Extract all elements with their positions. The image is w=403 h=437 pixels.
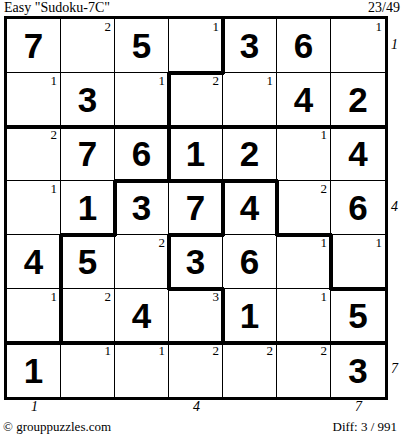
given-digit: 4 xyxy=(277,73,330,126)
given-digit: 4 xyxy=(115,289,168,342)
region-border xyxy=(222,125,278,129)
region-border xyxy=(114,341,170,345)
cell-r7c5: 2 xyxy=(223,343,277,397)
region-border xyxy=(167,234,171,290)
region-border xyxy=(222,179,278,183)
cell-r7c3: 1 xyxy=(115,343,169,397)
region-border xyxy=(168,287,224,291)
region-border xyxy=(168,341,224,345)
cell-r4c2: 1 xyxy=(61,181,115,235)
given-digit: 3 xyxy=(169,235,222,288)
given-digit: 7 xyxy=(169,181,222,234)
region-border xyxy=(221,18,225,74)
region-border xyxy=(222,341,278,345)
pencil-mark: 1 xyxy=(105,343,112,359)
cell-r6c7: 5 xyxy=(331,289,385,343)
region-border xyxy=(167,126,171,182)
cell-r7c7: 3 xyxy=(331,343,385,397)
given-digit: 4 xyxy=(7,235,60,288)
row-label-7: 7 xyxy=(391,361,398,377)
pencil-mark: 2 xyxy=(213,73,220,89)
difficulty-text: Diff: 3 / 991 xyxy=(333,419,397,435)
cell-r3c2: 7 xyxy=(61,127,115,181)
region-border xyxy=(60,125,116,129)
cell-r6c6: 1 xyxy=(277,289,331,343)
region-border xyxy=(276,233,332,237)
given-digit: 2 xyxy=(223,127,276,180)
pencil-mark: 2 xyxy=(51,127,58,143)
cell-r6c1: 1 xyxy=(7,289,61,343)
cell-r4c5: 4 xyxy=(223,181,277,235)
pencil-mark: 1 xyxy=(267,73,274,89)
given-digit: 6 xyxy=(115,127,168,180)
pencil-mark: 2 xyxy=(105,289,112,305)
cell-r3c6: 1 xyxy=(277,127,331,181)
region-border xyxy=(221,288,225,344)
region-border xyxy=(329,234,333,290)
region-border xyxy=(275,180,279,236)
pencil-mark: 1 xyxy=(159,73,166,89)
cell-r3c5: 2 xyxy=(223,127,277,181)
cell-r3c7: 4 xyxy=(331,127,385,181)
pencil-mark: 2 xyxy=(267,343,274,359)
given-digit: 5 xyxy=(115,19,168,72)
given-digit: 6 xyxy=(331,181,385,234)
cell-r4c3: 3 xyxy=(115,181,169,235)
region-border xyxy=(168,179,224,183)
pencil-mark: 2 xyxy=(105,19,112,35)
region-border xyxy=(330,125,386,129)
given-digit: 3 xyxy=(223,19,276,72)
cell-r5c7: 1 xyxy=(331,235,385,289)
pencil-mark: 1 xyxy=(51,181,58,197)
cell-r5c5: 6 xyxy=(223,235,277,289)
cell-r3c4: 1 xyxy=(169,127,223,181)
region-border xyxy=(59,234,63,290)
row-label-1: 1 xyxy=(391,37,398,53)
pencil-mark: 2 xyxy=(213,343,220,359)
pencil-mark: 1 xyxy=(213,19,220,35)
col-label-7: 7 xyxy=(355,399,362,415)
cell-r1c4: 1 xyxy=(169,19,223,73)
region-border xyxy=(6,341,62,345)
cell-r2c4: 2 xyxy=(169,73,223,127)
copyright-text: © grouppuzzles.com xyxy=(3,419,111,435)
given-digit: 4 xyxy=(223,181,276,234)
given-digit: 1 xyxy=(7,343,60,397)
cell-r6c2: 2 xyxy=(61,289,115,343)
cell-r2c3: 1 xyxy=(115,73,169,127)
region-border xyxy=(276,341,332,345)
cell-r7c6: 2 xyxy=(277,343,331,397)
cell-r5c2: 5 xyxy=(61,235,115,289)
given-digit: 5 xyxy=(331,289,385,342)
cell-r1c2: 2 xyxy=(61,19,115,73)
puzzle-title: Easy "Sudoku-7C" xyxy=(4,0,110,16)
given-digit: 1 xyxy=(223,289,276,342)
col-label-4: 4 xyxy=(193,399,200,415)
region-border xyxy=(167,72,171,128)
given-digit: 7 xyxy=(61,127,114,180)
cell-r4c4: 7 xyxy=(169,181,223,235)
cell-r1c1: 7 xyxy=(7,19,61,73)
given-digit: 7 xyxy=(7,19,60,72)
given-digit: 5 xyxy=(61,235,114,288)
cell-r1c6: 6 xyxy=(277,19,331,73)
pencil-mark: 2 xyxy=(321,181,328,197)
pencil-mark: 1 xyxy=(376,235,383,251)
given-digit: 1 xyxy=(169,127,222,180)
given-digit: 4 xyxy=(331,127,385,180)
region-border xyxy=(221,180,225,236)
given-digit: 3 xyxy=(331,343,385,397)
cell-r5c4: 3 xyxy=(169,235,223,289)
sudoku-board: 7251361131214227612141137426452361112431… xyxy=(4,16,388,400)
puzzle-counter: 23/49 xyxy=(368,0,400,16)
given-digit: 3 xyxy=(115,181,168,234)
region-border xyxy=(114,125,170,129)
region-border xyxy=(168,233,224,237)
pencil-mark: 1 xyxy=(51,289,58,305)
cell-r7c4: 2 xyxy=(169,343,223,397)
pencil-mark: 1 xyxy=(321,127,328,143)
region-border xyxy=(59,288,63,344)
pencil-mark: 1 xyxy=(376,19,383,35)
region-border xyxy=(60,233,116,237)
region-border xyxy=(276,125,332,129)
pencil-mark: 1 xyxy=(321,235,328,251)
cell-r2c5: 1 xyxy=(223,73,277,127)
cell-r4c7: 6 xyxy=(331,181,385,235)
region-border xyxy=(114,179,170,183)
region-border xyxy=(6,125,62,129)
cell-r5c1: 4 xyxy=(7,235,61,289)
cell-r2c2: 3 xyxy=(61,73,115,127)
cell-r1c5: 3 xyxy=(223,19,277,73)
cell-r1c7: 1 xyxy=(331,19,385,73)
region-border xyxy=(113,180,117,236)
given-digit: 6 xyxy=(277,19,330,72)
given-digit: 2 xyxy=(331,73,385,126)
cell-r7c1: 1 xyxy=(7,343,61,397)
page: Easy "Sudoku-7C" 23/49 72513611312142276… xyxy=(0,0,403,437)
region-border xyxy=(168,71,224,75)
cell-r6c4: 3 xyxy=(169,289,223,343)
pencil-mark: 2 xyxy=(321,343,328,359)
region-border xyxy=(168,125,224,129)
cell-r3c1: 2 xyxy=(7,127,61,181)
region-border xyxy=(330,287,386,291)
cell-r2c6: 4 xyxy=(277,73,331,127)
pencil-mark: 1 xyxy=(51,73,58,89)
cell-r2c1: 1 xyxy=(7,73,61,127)
col-label-1: 1 xyxy=(31,399,38,415)
pencil-mark: 1 xyxy=(321,289,328,305)
pencil-mark: 1 xyxy=(159,343,166,359)
cell-r6c5: 1 xyxy=(223,289,277,343)
pencil-mark: 2 xyxy=(159,235,166,251)
cell-r1c3: 5 xyxy=(115,19,169,73)
cell-r5c6: 1 xyxy=(277,235,331,289)
given-digit: 1 xyxy=(61,181,114,234)
pencil-mark: 3 xyxy=(213,289,220,305)
row-label-4: 4 xyxy=(391,199,398,215)
cell-r7c2: 1 xyxy=(61,343,115,397)
given-digit: 6 xyxy=(223,235,276,288)
cell-r5c3: 2 xyxy=(115,235,169,289)
cell-r4c6: 2 xyxy=(277,181,331,235)
cell-r3c3: 6 xyxy=(115,127,169,181)
cell-r6c3: 4 xyxy=(115,289,169,343)
region-border xyxy=(60,341,116,345)
cell-r2c7: 2 xyxy=(331,73,385,127)
given-digit: 3 xyxy=(61,73,114,126)
region-border xyxy=(330,341,386,345)
cell-r4c1: 1 xyxy=(7,181,61,235)
